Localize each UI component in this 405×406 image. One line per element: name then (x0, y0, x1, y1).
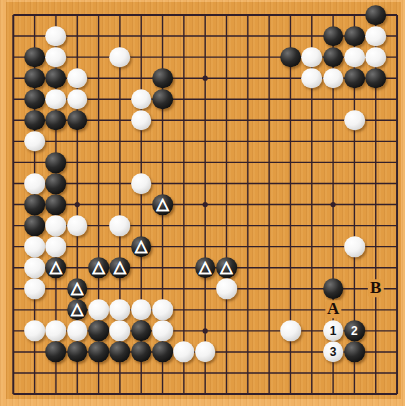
intersection-11-17[interactable] (237, 363, 258, 384)
intersection-18-16[interactable] (387, 341, 405, 362)
intersection-10-11[interactable] (216, 236, 237, 257)
intersection-9-13[interactable] (195, 278, 216, 299)
intersection-4-12[interactable]: △ (88, 257, 109, 278)
intersection-11-4[interactable] (237, 89, 258, 110)
intersection-5-14[interactable] (109, 299, 130, 320)
intersection-7-11[interactable] (152, 236, 173, 257)
intersection-4-11[interactable] (88, 236, 109, 257)
intersection-5-10[interactable] (109, 215, 130, 236)
intersection-11-14[interactable] (237, 299, 258, 320)
intersection-12-6[interactable] (259, 131, 280, 152)
intersection-16-15[interactable]: 2 (344, 320, 365, 341)
intersection-7-7[interactable] (152, 152, 173, 173)
intersection-10-10[interactable] (216, 215, 237, 236)
intersection-15-14[interactable]: A (323, 299, 344, 320)
intersection-12-11[interactable] (259, 236, 280, 257)
intersection-2-3[interactable] (45, 68, 66, 89)
intersection-7-9[interactable]: △ (152, 194, 173, 215)
intersection-13-9[interactable] (280, 194, 301, 215)
intersection-11-9[interactable] (237, 194, 258, 215)
intersection-3-13[interactable]: △ (67, 278, 88, 299)
intersection-12-2[interactable] (259, 47, 280, 68)
intersection-4-2[interactable] (88, 47, 109, 68)
intersection-2-1[interactable] (45, 26, 66, 47)
intersection-1-0[interactable] (24, 5, 45, 26)
intersection-5-5[interactable] (109, 110, 130, 131)
intersection-0-7[interactable] (3, 152, 24, 173)
intersection-14-16[interactable] (301, 341, 322, 362)
intersection-12-4[interactable] (259, 89, 280, 110)
intersection-18-4[interactable] (387, 89, 405, 110)
intersection-11-1[interactable] (237, 26, 258, 47)
intersection-7-10[interactable] (152, 215, 173, 236)
intersection-3-1[interactable] (67, 26, 88, 47)
intersection-13-17[interactable] (280, 363, 301, 384)
intersection-3-8[interactable] (67, 173, 88, 194)
intersection-16-6[interactable] (344, 131, 365, 152)
intersection-8-15[interactable] (173, 320, 194, 341)
intersection-15-6[interactable] (323, 131, 344, 152)
intersection-18-1[interactable] (387, 26, 405, 47)
intersection-3-0[interactable] (67, 5, 88, 26)
intersection-6-15[interactable] (131, 320, 152, 341)
intersection-1-8[interactable] (24, 173, 45, 194)
intersection-9-0[interactable] (195, 5, 216, 26)
intersection-5-2[interactable] (109, 47, 130, 68)
intersection-16-8[interactable] (344, 173, 365, 194)
intersection-14-6[interactable] (301, 131, 322, 152)
intersection-8-3[interactable] (173, 68, 194, 89)
intersection-14-4[interactable] (301, 89, 322, 110)
intersection-1-16[interactable] (24, 341, 45, 362)
intersection-6-13[interactable] (131, 278, 152, 299)
intersection-13-8[interactable] (280, 173, 301, 194)
intersection-10-17[interactable] (216, 363, 237, 384)
intersection-4-15[interactable] (88, 320, 109, 341)
intersection-9-1[interactable] (195, 26, 216, 47)
intersection-5-6[interactable] (109, 131, 130, 152)
intersection-17-6[interactable] (365, 131, 386, 152)
intersection-17-12[interactable] (365, 257, 386, 278)
intersection-4-1[interactable] (88, 26, 109, 47)
intersection-16-3[interactable] (344, 68, 365, 89)
intersection-15-4[interactable] (323, 89, 344, 110)
intersection-6-11[interactable]: △ (131, 236, 152, 257)
intersection-1-7[interactable] (24, 152, 45, 173)
intersection-1-13[interactable] (24, 278, 45, 299)
intersection-17-18[interactable] (365, 384, 386, 405)
intersection-4-4[interactable] (88, 89, 109, 110)
intersection-10-8[interactable] (216, 173, 237, 194)
intersection-10-12[interactable]: △ (216, 257, 237, 278)
intersection-4-7[interactable] (88, 152, 109, 173)
intersection-1-9[interactable] (24, 194, 45, 215)
intersection-3-3[interactable] (67, 68, 88, 89)
intersection-7-12[interactable] (152, 257, 173, 278)
intersection-6-3[interactable] (131, 68, 152, 89)
intersection-5-4[interactable] (109, 89, 130, 110)
intersection-7-14[interactable] (152, 299, 173, 320)
intersection-10-13[interactable] (216, 278, 237, 299)
intersection-2-14[interactable] (45, 299, 66, 320)
intersection-17-11[interactable] (365, 236, 386, 257)
intersection-12-18[interactable] (259, 384, 280, 405)
intersection-3-10[interactable] (67, 215, 88, 236)
intersection-13-14[interactable] (280, 299, 301, 320)
intersection-8-10[interactable] (173, 215, 194, 236)
intersection-11-15[interactable] (237, 320, 258, 341)
intersection-5-1[interactable] (109, 26, 130, 47)
intersection-13-13[interactable] (280, 278, 301, 299)
intersection-4-13[interactable] (88, 278, 109, 299)
intersection-6-8[interactable] (131, 173, 152, 194)
intersection-10-14[interactable] (216, 299, 237, 320)
intersection-18-6[interactable] (387, 131, 405, 152)
intersection-0-17[interactable] (3, 363, 24, 384)
intersection-12-1[interactable] (259, 26, 280, 47)
intersection-2-9[interactable] (45, 194, 66, 215)
intersection-15-15[interactable]: 1 (323, 320, 344, 341)
intersection-10-2[interactable] (216, 47, 237, 68)
intersection-12-12[interactable] (259, 257, 280, 278)
intersection-7-2[interactable] (152, 47, 173, 68)
intersection-11-16[interactable] (237, 341, 258, 362)
intersection-2-4[interactable] (45, 89, 66, 110)
intersection-0-3[interactable] (3, 68, 24, 89)
intersection-9-8[interactable] (195, 173, 216, 194)
intersection-17-5[interactable] (365, 110, 386, 131)
intersection-17-3[interactable] (365, 68, 386, 89)
intersection-2-18[interactable] (45, 384, 66, 405)
intersection-0-15[interactable] (3, 320, 24, 341)
intersection-18-11[interactable] (387, 236, 405, 257)
intersection-17-14[interactable] (365, 299, 386, 320)
intersection-12-9[interactable] (259, 194, 280, 215)
intersection-18-14[interactable] (387, 299, 405, 320)
intersection-18-9[interactable] (387, 194, 405, 215)
intersection-14-17[interactable] (301, 363, 322, 384)
intersection-17-15[interactable] (365, 320, 386, 341)
intersection-6-18[interactable] (131, 384, 152, 405)
intersection-7-3[interactable] (152, 68, 173, 89)
intersection-7-16[interactable] (152, 341, 173, 362)
intersection-14-5[interactable] (301, 110, 322, 131)
intersection-18-10[interactable] (387, 215, 405, 236)
intersection-3-7[interactable] (67, 152, 88, 173)
intersection-12-10[interactable] (259, 215, 280, 236)
intersection-16-14[interactable] (344, 299, 365, 320)
intersection-14-13[interactable] (301, 278, 322, 299)
intersection-3-4[interactable] (67, 89, 88, 110)
intersection-8-6[interactable] (173, 131, 194, 152)
intersection-6-12[interactable] (131, 257, 152, 278)
intersection-4-9[interactable] (88, 194, 109, 215)
intersection-18-15[interactable] (387, 320, 405, 341)
intersection-11-5[interactable] (237, 110, 258, 131)
intersection-6-14[interactable] (131, 299, 152, 320)
intersection-9-11[interactable] (195, 236, 216, 257)
intersection-6-6[interactable] (131, 131, 152, 152)
intersection-12-15[interactable] (259, 320, 280, 341)
intersection-2-8[interactable] (45, 173, 66, 194)
intersection-14-2[interactable] (301, 47, 322, 68)
intersection-6-2[interactable] (131, 47, 152, 68)
intersection-2-7[interactable] (45, 152, 66, 173)
intersection-4-10[interactable] (88, 215, 109, 236)
intersection-0-6[interactable] (3, 131, 24, 152)
intersection-16-2[interactable] (344, 47, 365, 68)
intersection-1-3[interactable] (24, 68, 45, 89)
intersection-6-10[interactable] (131, 215, 152, 236)
intersection-14-15[interactable] (301, 320, 322, 341)
intersection-16-1[interactable] (344, 26, 365, 47)
intersection-11-8[interactable] (237, 173, 258, 194)
intersection-9-16[interactable] (195, 341, 216, 362)
intersection-5-15[interactable] (109, 320, 130, 341)
intersection-18-2[interactable] (387, 47, 405, 68)
intersection-8-12[interactable] (173, 257, 194, 278)
intersection-5-18[interactable] (109, 384, 130, 405)
intersection-12-14[interactable] (259, 299, 280, 320)
intersection-2-13[interactable] (45, 278, 66, 299)
intersection-2-12[interactable]: △ (45, 257, 66, 278)
intersection-8-16[interactable] (173, 341, 194, 362)
intersection-3-5[interactable] (67, 110, 88, 131)
intersection-9-5[interactable] (195, 110, 216, 131)
intersection-18-8[interactable] (387, 173, 405, 194)
intersection-13-10[interactable] (280, 215, 301, 236)
intersection-18-0[interactable] (387, 5, 405, 26)
intersection-0-12[interactable] (3, 257, 24, 278)
intersection-17-7[interactable] (365, 152, 386, 173)
intersection-5-13[interactable] (109, 278, 130, 299)
intersection-8-7[interactable] (173, 152, 194, 173)
intersection-14-14[interactable] (301, 299, 322, 320)
intersection-5-11[interactable] (109, 236, 130, 257)
intersection-13-16[interactable] (280, 341, 301, 362)
intersection-12-7[interactable] (259, 152, 280, 173)
intersection-8-0[interactable] (173, 5, 194, 26)
intersection-13-4[interactable] (280, 89, 301, 110)
intersection-15-1[interactable] (323, 26, 344, 47)
intersection-15-3[interactable] (323, 68, 344, 89)
intersection-5-0[interactable] (109, 5, 130, 26)
intersection-9-2[interactable] (195, 47, 216, 68)
intersection-10-3[interactable] (216, 68, 237, 89)
intersection-18-5[interactable] (387, 110, 405, 131)
intersection-5-3[interactable] (109, 68, 130, 89)
intersection-7-18[interactable] (152, 384, 173, 405)
intersection-10-15[interactable] (216, 320, 237, 341)
intersection-15-16[interactable]: 3 (323, 341, 344, 362)
intersection-16-12[interactable] (344, 257, 365, 278)
intersection-15-2[interactable] (323, 47, 344, 68)
intersection-13-1[interactable] (280, 26, 301, 47)
intersection-18-18[interactable] (387, 384, 405, 405)
intersection-17-17[interactable] (365, 363, 386, 384)
intersection-13-6[interactable] (280, 131, 301, 152)
intersection-16-5[interactable] (344, 110, 365, 131)
intersection-9-14[interactable] (195, 299, 216, 320)
intersection-8-9[interactable] (173, 194, 194, 215)
intersection-15-13[interactable] (323, 278, 344, 299)
intersection-10-1[interactable] (216, 26, 237, 47)
intersection-17-9[interactable] (365, 194, 386, 215)
intersection-3-17[interactable] (67, 363, 88, 384)
intersection-2-17[interactable] (45, 363, 66, 384)
intersection-1-11[interactable] (24, 236, 45, 257)
intersection-1-1[interactable] (24, 26, 45, 47)
intersection-5-9[interactable] (109, 194, 130, 215)
intersection-2-15[interactable] (45, 320, 66, 341)
intersection-0-16[interactable] (3, 341, 24, 362)
intersection-16-13[interactable] (344, 278, 365, 299)
intersection-9-10[interactable] (195, 215, 216, 236)
intersection-11-0[interactable] (237, 5, 258, 26)
intersection-9-12[interactable]: △ (195, 257, 216, 278)
intersection-9-18[interactable] (195, 384, 216, 405)
intersection-4-0[interactable] (88, 5, 109, 26)
intersection-14-0[interactable] (301, 5, 322, 26)
intersection-17-1[interactable] (365, 26, 386, 47)
intersection-7-15[interactable] (152, 320, 173, 341)
intersection-17-0[interactable] (365, 5, 386, 26)
intersection-17-8[interactable] (365, 173, 386, 194)
intersection-17-4[interactable] (365, 89, 386, 110)
intersection-11-2[interactable] (237, 47, 258, 68)
intersection-13-12[interactable] (280, 257, 301, 278)
intersection-12-16[interactable] (259, 341, 280, 362)
intersection-16-0[interactable] (344, 5, 365, 26)
intersection-18-3[interactable] (387, 68, 405, 89)
intersection-15-0[interactable] (323, 5, 344, 26)
intersection-6-17[interactable] (131, 363, 152, 384)
intersection-0-18[interactable] (3, 384, 24, 405)
intersection-10-0[interactable] (216, 5, 237, 26)
intersection-10-18[interactable] (216, 384, 237, 405)
intersection-7-5[interactable] (152, 110, 173, 131)
intersection-7-17[interactable] (152, 363, 173, 384)
intersection-4-14[interactable] (88, 299, 109, 320)
intersection-9-15[interactable] (195, 320, 216, 341)
intersection-8-8[interactable] (173, 173, 194, 194)
intersection-1-10[interactable] (24, 215, 45, 236)
intersection-1-15[interactable] (24, 320, 45, 341)
intersection-1-18[interactable] (24, 384, 45, 405)
intersection-13-2[interactable] (280, 47, 301, 68)
intersection-4-6[interactable] (88, 131, 109, 152)
intersection-15-17[interactable] (323, 363, 344, 384)
intersection-3-18[interactable] (67, 384, 88, 405)
intersection-1-12[interactable] (24, 257, 45, 278)
intersection-13-0[interactable] (280, 5, 301, 26)
intersection-8-14[interactable] (173, 299, 194, 320)
intersection-16-4[interactable] (344, 89, 365, 110)
intersection-13-18[interactable] (280, 384, 301, 405)
intersection-6-5[interactable] (131, 110, 152, 131)
intersection-10-16[interactable] (216, 341, 237, 362)
intersection-15-11[interactable] (323, 236, 344, 257)
intersection-15-18[interactable] (323, 384, 344, 405)
intersection-7-13[interactable] (152, 278, 173, 299)
intersection-8-18[interactable] (173, 384, 194, 405)
intersection-3-16[interactable] (67, 341, 88, 362)
intersection-13-5[interactable] (280, 110, 301, 131)
intersection-8-2[interactable] (173, 47, 194, 68)
intersection-14-10[interactable] (301, 215, 322, 236)
intersection-14-12[interactable] (301, 257, 322, 278)
intersection-11-18[interactable] (237, 384, 258, 405)
intersection-18-13[interactable] (387, 278, 405, 299)
intersection-10-9[interactable] (216, 194, 237, 215)
intersection-15-10[interactable] (323, 215, 344, 236)
intersection-8-17[interactable] (173, 363, 194, 384)
intersection-0-13[interactable] (3, 278, 24, 299)
intersection-5-17[interactable] (109, 363, 130, 384)
intersection-0-4[interactable] (3, 89, 24, 110)
intersection-13-11[interactable] (280, 236, 301, 257)
intersection-2-2[interactable] (45, 47, 66, 68)
intersection-2-6[interactable] (45, 131, 66, 152)
intersection-15-12[interactable] (323, 257, 344, 278)
intersection-16-9[interactable] (344, 194, 365, 215)
intersection-4-17[interactable] (88, 363, 109, 384)
intersection-16-10[interactable] (344, 215, 365, 236)
intersection-15-8[interactable] (323, 173, 344, 194)
intersection-12-17[interactable] (259, 363, 280, 384)
intersection-14-7[interactable] (301, 152, 322, 173)
intersection-8-1[interactable] (173, 26, 194, 47)
intersection-9-3[interactable] (195, 68, 216, 89)
intersection-9-17[interactable] (195, 363, 216, 384)
intersection-4-5[interactable] (88, 110, 109, 131)
intersection-5-8[interactable] (109, 173, 130, 194)
intersection-10-4[interactable] (216, 89, 237, 110)
intersection-13-7[interactable] (280, 152, 301, 173)
intersection-15-5[interactable] (323, 110, 344, 131)
intersection-3-2[interactable] (67, 47, 88, 68)
intersection-14-9[interactable] (301, 194, 322, 215)
intersection-3-6[interactable] (67, 131, 88, 152)
intersection-13-3[interactable] (280, 68, 301, 89)
intersection-14-18[interactable] (301, 384, 322, 405)
intersection-12-5[interactable] (259, 110, 280, 131)
intersection-14-1[interactable] (301, 26, 322, 47)
intersection-6-1[interactable] (131, 26, 152, 47)
intersection-16-16[interactable] (344, 341, 365, 362)
intersection-11-6[interactable] (237, 131, 258, 152)
intersection-2-0[interactable] (45, 5, 66, 26)
intersection-2-5[interactable] (45, 110, 66, 131)
intersection-6-4[interactable] (131, 89, 152, 110)
intersection-7-1[interactable] (152, 26, 173, 47)
intersection-8-4[interactable] (173, 89, 194, 110)
intersection-11-12[interactable] (237, 257, 258, 278)
intersection-17-13[interactable]: B (365, 278, 386, 299)
intersection-1-14[interactable] (24, 299, 45, 320)
intersection-3-9[interactable] (67, 194, 88, 215)
intersection-18-12[interactable] (387, 257, 405, 278)
intersection-13-15[interactable] (280, 320, 301, 341)
intersection-14-3[interactable] (301, 68, 322, 89)
intersection-1-6[interactable] (24, 131, 45, 152)
intersection-10-5[interactable] (216, 110, 237, 131)
intersection-3-15[interactable] (67, 320, 88, 341)
intersection-1-2[interactable] (24, 47, 45, 68)
intersection-3-11[interactable] (67, 236, 88, 257)
intersection-1-4[interactable] (24, 89, 45, 110)
intersection-4-3[interactable] (88, 68, 109, 89)
